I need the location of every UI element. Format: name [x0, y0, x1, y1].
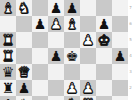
piece-white-pawn-d6[interactable]: ♟ — [48, 16, 64, 32]
square-a4[interactable]: ♜ — [0, 48, 16, 64]
square-b6[interactable] — [16, 16, 32, 32]
square-e5[interactable] — [64, 32, 80, 48]
square-f5[interactable]: ♟ — [80, 32, 96, 48]
square-h3[interactable] — [112, 64, 128, 80]
square-f4[interactable] — [80, 48, 96, 64]
square-f2[interactable]: ♟ — [80, 80, 96, 96]
square-e6[interactable]: ♝ — [64, 16, 80, 32]
piece-white-knight-b7[interactable]: ♞ — [16, 0, 32, 16]
square-a7[interactable]: ♝ — [0, 0, 16, 16]
piece-white-pawn-f2[interactable]: ♟ — [80, 80, 96, 96]
square-g2[interactable] — [96, 80, 112, 96]
square-g5[interactable]: ♚ — [96, 32, 112, 48]
square-c4[interactable] — [32, 48, 48, 64]
piece-black-queen-a3[interactable]: ♛ — [0, 64, 16, 80]
rank-label-margin: 765432 — [128, 0, 133, 100]
square-d5[interactable] — [48, 32, 64, 48]
chess-diagram: ♝♞♟♟♟♟♝♟♜♟♚♜♟♚♟♛♛♜♟♟♟♝♞♞♜ 765432 — [0, 0, 133, 100]
square-d3[interactable] — [48, 64, 64, 80]
piece-white-pawn-f5[interactable]: ♟ — [80, 32, 96, 48]
square-e7[interactable]: ♟ — [64, 0, 80, 16]
square-d2[interactable] — [48, 80, 64, 96]
piece-white-pawn-e2[interactable]: ♟ — [64, 80, 80, 96]
square-e3[interactable] — [64, 64, 80, 80]
piece-white-rook-f1[interactable]: ♜ — [80, 96, 96, 100]
square-g3[interactable] — [96, 64, 112, 80]
square-g6[interactable]: ♟ — [96, 16, 112, 32]
piece-black-king-e4[interactable]: ♚ — [64, 48, 80, 64]
rank-label-4: 4 — [128, 48, 133, 64]
piece-black-pawn-g6[interactable]: ♟ — [96, 16, 112, 32]
square-f6[interactable] — [80, 16, 96, 32]
piece-white-rook-a5[interactable]: ♜ — [0, 32, 16, 48]
square-d6[interactable]: ♟ — [48, 16, 64, 32]
piece-white-rook-a4[interactable]: ♜ — [0, 48, 16, 64]
piece-black-pawn-d4[interactable]: ♟ — [48, 48, 64, 64]
piece-black-pawn-h4[interactable]: ♟ — [112, 48, 128, 64]
piece-black-rook-a2[interactable]: ♜ — [0, 80, 16, 96]
square-f7[interactable] — [80, 0, 96, 16]
piece-black-pawn-d7[interactable]: ♟ — [48, 0, 64, 16]
square-g7[interactable] — [96, 0, 112, 16]
piece-black-pawn-e7[interactable]: ♟ — [64, 0, 80, 16]
square-e1[interactable]: ♞ — [64, 96, 80, 100]
piece-white-queen-b3[interactable]: ♛ — [16, 64, 32, 80]
piece-white-bishop-e6[interactable]: ♝ — [64, 16, 80, 32]
piece-white-knight-e1[interactable]: ♞ — [64, 96, 80, 100]
square-h6[interactable] — [112, 16, 128, 32]
piece-black-pawn-c6[interactable]: ♟ — [32, 16, 48, 32]
square-b3[interactable]: ♛ — [16, 64, 32, 80]
square-h2[interactable] — [112, 80, 128, 96]
square-b4[interactable] — [16, 48, 32, 64]
square-d4[interactable]: ♟ — [48, 48, 64, 64]
piece-white-king-g5[interactable]: ♚ — [96, 32, 112, 48]
square-d7[interactable]: ♟ — [48, 0, 64, 16]
square-a6[interactable] — [0, 16, 16, 32]
rank-label-2: 2 — [128, 80, 133, 96]
square-a1[interactable]: ♝ — [0, 96, 16, 100]
square-c1[interactable] — [32, 96, 48, 100]
square-e2[interactable]: ♟ — [64, 80, 80, 96]
rank-label-6: 6 — [128, 16, 133, 32]
rank-label-3: 3 — [128, 64, 133, 80]
square-e4[interactable]: ♚ — [64, 48, 80, 64]
square-h5[interactable] — [112, 32, 128, 48]
square-b2[interactable]: ♟ — [16, 80, 32, 96]
square-d1[interactable] — [48, 96, 64, 100]
square-f1[interactable]: ♜ — [80, 96, 96, 100]
rank-label-5: 5 — [128, 32, 133, 48]
square-f3[interactable] — [80, 64, 96, 80]
square-a3[interactable]: ♛ — [0, 64, 16, 80]
piece-black-knight-b1[interactable]: ♞ — [16, 96, 32, 100]
square-c6[interactable]: ♟ — [32, 16, 48, 32]
square-c3[interactable] — [32, 64, 48, 80]
square-a2[interactable]: ♜ — [0, 80, 16, 96]
square-g4[interactable] — [96, 48, 112, 64]
rank-label-7: 7 — [128, 0, 133, 16]
piece-black-bishop-a1[interactable]: ♝ — [0, 96, 16, 100]
square-h7[interactable] — [112, 0, 128, 16]
chess-board: ♝♞♟♟♟♟♝♟♜♟♚♜♟♚♟♛♛♜♟♟♟♝♞♞♜ — [0, 0, 128, 100]
piece-black-pawn-b2[interactable]: ♟ — [16, 80, 32, 96]
square-c7[interactable] — [32, 0, 48, 16]
square-b5[interactable] — [16, 32, 32, 48]
square-h1[interactable] — [112, 96, 128, 100]
square-b1[interactable]: ♞ — [16, 96, 32, 100]
square-c5[interactable] — [32, 32, 48, 48]
square-g1[interactable] — [96, 96, 112, 100]
square-a5[interactable]: ♜ — [0, 32, 16, 48]
square-b7[interactable]: ♞ — [16, 0, 32, 16]
square-c2[interactable] — [32, 80, 48, 96]
square-h4[interactable]: ♟ — [112, 48, 128, 64]
piece-white-bishop-a7[interactable]: ♝ — [0, 0, 16, 16]
